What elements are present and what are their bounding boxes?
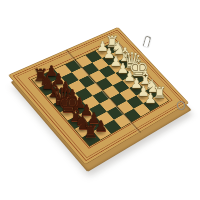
chess-set-photo: ♜♞♝♛♚♝♞♜♟♟♟♟♟♟♟♟♟♟♟♟♟♟♟♟♜♞♝♛♚♝♞♜ (0, 0, 200, 200)
chess-board (8, 27, 189, 165)
latch-hook-icon (143, 35, 152, 47)
